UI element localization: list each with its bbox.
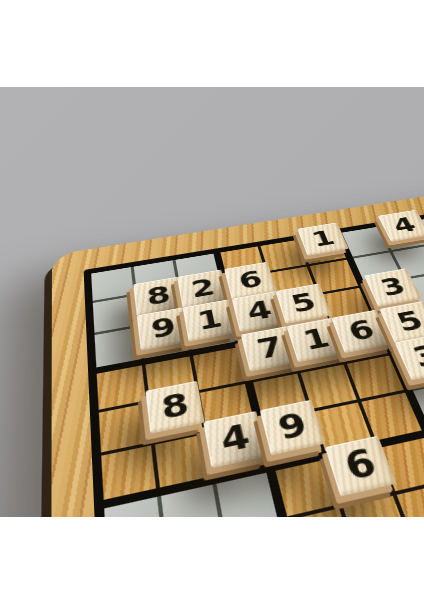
tile-9-r2c1[interactable]: 9	[137, 307, 190, 350]
tile-9-r5c3[interactable]: 9	[260, 400, 325, 456]
tile-digit: 1	[195, 305, 223, 334]
tile-digit: 1	[300, 324, 332, 355]
tile-digit: 8	[145, 282, 171, 309]
tile-4-r0c7[interactable]: 4	[378, 210, 424, 242]
tile-digit: 4	[244, 296, 273, 324]
tile-digit: 9	[149, 313, 176, 343]
tile-digit: 4	[389, 214, 418, 236]
tile-digit: 2	[189, 275, 216, 302]
tile-1-r0c5[interactable]: 1	[297, 222, 349, 255]
tile-digit: 5	[392, 307, 424, 336]
board-scene: 1482691453716583496	[0, 87, 424, 517]
tile-digit: 4	[218, 418, 252, 457]
board-frame: 1482691453716583496	[51, 185, 424, 517]
tile-digit: 3	[376, 273, 408, 299]
tile-digit: 6	[344, 315, 377, 345]
tile-4-r5c2[interactable]: 4	[203, 411, 267, 468]
top-white-band	[0, 0, 424, 87]
tile-5-r2c4[interactable]: 5	[275, 283, 331, 323]
tile-layer: 1482691453716583496	[84, 205, 424, 517]
tile-6-r6c4[interactable]: 6	[325, 436, 396, 497]
photo-background: 1482691453716583496	[0, 87, 424, 517]
sudoku-board: 1482691453716583496	[51, 185, 424, 517]
tile-digit: 8	[159, 388, 190, 424]
bottom-white-band	[0, 517, 424, 600]
tile-digit: 6	[340, 444, 379, 486]
tile-3-r2c6[interactable]: 3	[364, 268, 422, 306]
tile-digit: 6	[236, 267, 264, 293]
tile-3-r4c6[interactable]: 3	[395, 334, 424, 381]
tile-digit: 9	[274, 407, 309, 445]
tile-1-r2c2[interactable]: 1	[183, 299, 237, 341]
tile-digit: 7	[254, 332, 285, 363]
tile-8-r4c1[interactable]: 8	[145, 381, 204, 434]
tile-digit: 5	[288, 289, 318, 317]
tile-digit: 1	[309, 227, 337, 250]
tile-digit: 3	[408, 340, 424, 372]
